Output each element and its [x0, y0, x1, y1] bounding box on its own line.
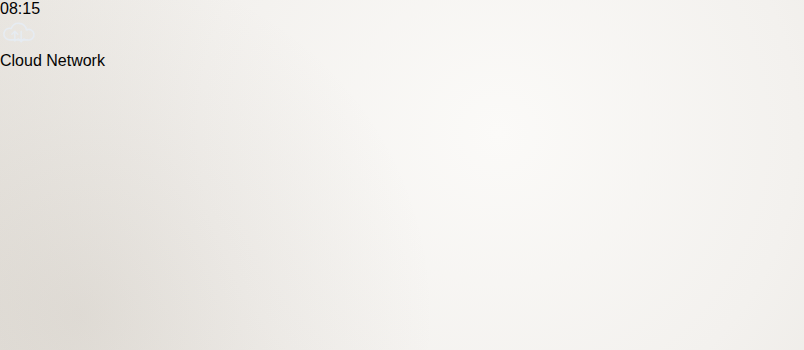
light-pawn[interactable]: [391, 95, 502, 227]
dark-pawn[interactable]: [391, 95, 502, 227]
dark-pawn[interactable]: [391, 95, 502, 227]
square-r6c1[interactable]: [391, 95, 502, 227]
light-pawn-tipped[interactable]: [391, 95, 502, 227]
square-r2c1[interactable]: [391, 95, 502, 227]
cloud-phone[interactable]: Cloud Network: [0, 18, 804, 70]
square-r0c0[interactable]: [391, 95, 502, 227]
square-r5c6[interactable]: [391, 95, 502, 227]
square-r0c3[interactable]: [391, 95, 502, 227]
clock-phone[interactable]: 08:15: [0, 0, 804, 18]
square-r3c5[interactable]: [391, 95, 502, 227]
square-r1c5[interactable]: [391, 95, 502, 227]
square-r1c2[interactable]: [391, 95, 502, 227]
square-r7c3[interactable]: [391, 95, 502, 227]
square-r4c6[interactable]: [391, 95, 502, 227]
square-r3c7[interactable]: [391, 95, 502, 227]
table-scene: 08:15 Cloud Network: [0, 0, 804, 350]
square-r4c5[interactable]: [391, 95, 502, 227]
board-grid[interactable]: [391, 95, 502, 227]
square-r0c7[interactable]: [391, 95, 502, 227]
square-r3c2[interactable]: [391, 95, 502, 227]
dark-pawn[interactable]: [391, 95, 502, 227]
square-r6c0[interactable]: [391, 95, 502, 227]
cloud-app-label: Cloud Network: [0, 52, 804, 70]
square-r7c7[interactable]: [391, 95, 502, 227]
square-r1c6[interactable]: [391, 95, 502, 227]
square-r7c2[interactable]: [391, 95, 502, 227]
square-r3c3[interactable]: [391, 95, 502, 227]
square-r2c4[interactable]: [391, 95, 502, 227]
square-r6c5[interactable]: [391, 95, 502, 227]
light-pawn[interactable]: [391, 95, 502, 227]
light-pawn[interactable]: [391, 95, 502, 227]
clock-phone-screen[interactable]: 08:15: [0, 0, 804, 18]
square-r1c4[interactable]: [391, 95, 502, 227]
square-r3c6[interactable]: [391, 95, 502, 227]
square-r0c4[interactable]: [391, 95, 502, 227]
square-r1c1[interactable]: [391, 95, 502, 227]
square-r1c7[interactable]: [391, 95, 502, 227]
square-r4c2[interactable]: [391, 95, 502, 227]
square-r7c5[interactable]: [391, 95, 502, 227]
square-r0c1[interactable]: [391, 95, 502, 227]
square-r4c4[interactable]: [391, 95, 502, 227]
square-r5c5[interactable]: [391, 95, 502, 227]
square-r7c4[interactable]: [391, 95, 502, 227]
square-r4c3[interactable]: [391, 95, 502, 227]
square-r6c3[interactable]: [391, 95, 502, 227]
light-pawn[interactable]: [391, 95, 502, 227]
square-r2c0[interactable]: [391, 95, 502, 227]
square-r0c5[interactable]: [391, 95, 502, 227]
square-r4c7[interactable]: [391, 95, 502, 227]
square-r6c4[interactable]: [391, 95, 502, 227]
square-r0c6[interactable]: [391, 95, 502, 227]
chessboard[interactable]: [239, 75, 521, 350]
square-r6c7[interactable]: [391, 95, 502, 227]
square-r2c3[interactable]: [391, 95, 502, 227]
cloud-sync-icon: [0, 18, 36, 48]
dark-pawn[interactable]: [391, 95, 502, 227]
square-r6c6[interactable]: [391, 95, 502, 227]
square-r5c0[interactable]: [391, 95, 502, 227]
square-r5c2[interactable]: [391, 95, 502, 227]
clock-time: 08:15: [0, 0, 804, 18]
square-r2c2[interactable]: [391, 95, 502, 227]
square-r7c0[interactable]: [391, 95, 502, 227]
dark-pawn[interactable]: [391, 95, 502, 227]
square-r2c5[interactable]: [391, 95, 502, 227]
square-r1c0[interactable]: [391, 95, 502, 227]
cloud-phone-screen[interactable]: Cloud Network: [0, 18, 804, 70]
square-r7c6[interactable]: [391, 95, 502, 227]
square-r3c4[interactable]: [391, 95, 502, 227]
square-r0c2[interactable]: [391, 95, 502, 227]
square-r2c6[interactable]: [391, 95, 502, 227]
light-pawn[interactable]: [391, 95, 502, 227]
square-r6c2[interactable]: [391, 95, 502, 227]
light-pawn[interactable]: [391, 95, 502, 227]
square-r5c3[interactable]: [391, 95, 502, 227]
square-r4c0[interactable]: [391, 95, 502, 227]
square-r2c7[interactable]: [391, 95, 502, 227]
square-r4c1[interactable]: [391, 95, 502, 227]
dark-pawn[interactable]: [391, 95, 502, 227]
square-r3c1[interactable]: [391, 95, 502, 227]
square-r7c1[interactable]: [391, 95, 502, 227]
square-r5c1[interactable]: [391, 95, 502, 227]
square-r5c7[interactable]: [391, 95, 502, 227]
dark-pawn[interactable]: [391, 95, 502, 227]
square-r5c4[interactable]: [391, 95, 502, 227]
square-r1c3[interactable]: [391, 95, 502, 227]
light-pawn[interactable]: [391, 95, 502, 227]
square-r3c0[interactable]: [391, 95, 502, 227]
